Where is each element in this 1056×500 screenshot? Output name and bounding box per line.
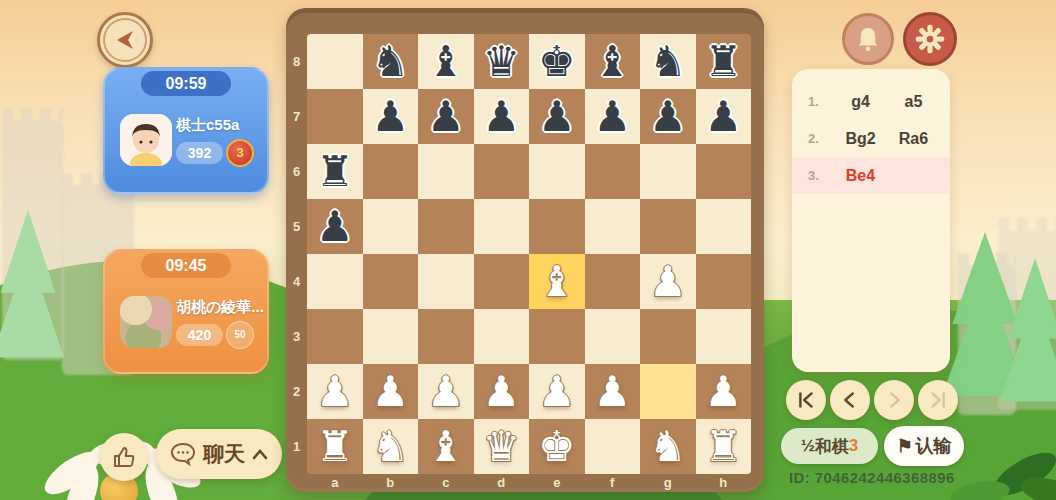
black-move[interactable]: Ra6: [887, 130, 940, 148]
pine-tree-decoration: [0, 210, 64, 390]
opponent-player-card: 09:59 棋士c55a 392 3: [103, 67, 269, 194]
square-h4[interactable]: [696, 254, 752, 309]
square-d5[interactable]: [474, 199, 530, 254]
move-row-1[interactable]: 1.g4a5: [792, 83, 950, 120]
chat-label: 聊天: [203, 440, 245, 468]
piece-black-pawn[interactable]: ♟: [538, 96, 576, 138]
opponent-clock: 09:59: [141, 71, 231, 96]
settings-button[interactable]: [903, 12, 957, 66]
game-id-label: ID:: [789, 469, 810, 486]
square-e2[interactable]: ♟: [529, 364, 585, 419]
rank-label-1: 1: [286, 419, 307, 474]
back-arrow-icon: [112, 27, 138, 53]
square-b4[interactable]: [363, 254, 419, 309]
square-d6[interactable]: [474, 144, 530, 199]
square-f4[interactable]: [585, 254, 641, 309]
square-h6[interactable]: [696, 144, 752, 199]
square-b6[interactable]: [363, 144, 419, 199]
offer-draw-button[interactable]: ½和棋3: [781, 428, 878, 464]
square-e4[interactable]: ♝: [529, 254, 585, 309]
chat-button[interactable]: 聊天: [156, 429, 282, 479]
chat-bubble-icon: [170, 442, 196, 466]
square-c5[interactable]: [418, 199, 474, 254]
draw-half-symbol: ½: [801, 436, 815, 456]
move-number: 2.: [792, 131, 834, 146]
piece-black-king[interactable]: ♚: [538, 41, 576, 83]
square-g3[interactable]: [640, 309, 696, 364]
square-g4[interactable]: ♟: [640, 254, 696, 309]
piece-white-pawn[interactable]: ♟: [593, 371, 631, 413]
square-e6[interactable]: [529, 144, 585, 199]
square-a5[interactable]: ♟: [307, 199, 363, 254]
piece-black-pawn[interactable]: ♟: [704, 96, 742, 138]
opponent-name: 棋士c55a: [176, 116, 239, 135]
game-screen: 09:59 棋士c55a 392 3 09:45 胡桃の綾華... 420 50: [0, 0, 1056, 500]
square-e3[interactable]: [529, 309, 585, 364]
move-row-3[interactable]: 3.Be4: [792, 157, 950, 194]
square-g5[interactable]: [640, 199, 696, 254]
file-label-b: b: [363, 473, 419, 491]
piece-black-knight[interactable]: ♞: [371, 41, 409, 83]
file-label-h: h: [696, 473, 752, 491]
square-a6[interactable]: ♜: [307, 144, 363, 199]
rank-label-2: 2: [286, 364, 307, 419]
self-avatar[interactable]: [120, 296, 172, 348]
square-f7[interactable]: ♟: [585, 89, 641, 144]
piece-black-pawn[interactable]: ♟: [316, 206, 354, 248]
square-b8[interactable]: ♞: [363, 34, 419, 89]
game-id-value: 7046242446368896: [815, 469, 955, 486]
square-f6[interactable]: [585, 144, 641, 199]
self-rating-badge: 420: [176, 324, 223, 346]
self-clock: 09:45: [141, 253, 231, 278]
skip-to-end-button[interactable]: [918, 380, 958, 420]
square-a3[interactable]: [307, 309, 363, 364]
piece-black-pawn[interactable]: ♟: [427, 96, 465, 138]
draw-label: 和棋: [815, 435, 849, 458]
square-h8[interactable]: ♜: [696, 34, 752, 89]
draw-count: 3: [849, 436, 858, 456]
square-d4[interactable]: [474, 254, 530, 309]
piece-white-pawn[interactable]: ♟: [649, 261, 687, 303]
square-a8[interactable]: [307, 34, 363, 89]
square-h3[interactable]: [696, 309, 752, 364]
rank-label-6: 6: [286, 144, 307, 199]
white-move[interactable]: g4: [834, 93, 887, 111]
file-labels: abcdefgh: [307, 473, 751, 491]
move-row-2[interactable]: 2.Bg2Ra6: [792, 120, 950, 157]
gear-icon: [915, 24, 945, 54]
move-number: 1.: [792, 94, 834, 109]
square-d1[interactable]: ♛: [474, 419, 530, 474]
skip-to-end-icon: [923, 387, 953, 413]
piece-white-rook[interactable]: ♜: [704, 426, 742, 468]
piece-black-pawn[interactable]: ♟: [649, 96, 687, 138]
piece-white-knight[interactable]: ♞: [649, 426, 687, 468]
square-a1[interactable]: ♜: [307, 419, 363, 474]
piece-black-rook[interactable]: ♜: [316, 151, 354, 193]
piece-black-bishop[interactable]: ♝: [593, 41, 631, 83]
rank-label-3: 3: [286, 309, 307, 364]
piece-white-bishop[interactable]: ♝: [427, 426, 465, 468]
square-b7[interactable]: ♟: [363, 89, 419, 144]
piece-black-pawn[interactable]: ♟: [593, 96, 631, 138]
board-grid: ♞♝♛♚♝♞♜♟♟♟♟♟♟♟♜♟♝♟♟♟♟♟♟♟♟♜♞♝♛♚♞♜: [307, 34, 751, 474]
self-player-card: 09:45 胡桃の綾華... 420 50: [103, 249, 269, 374]
file-label-d: d: [474, 473, 530, 491]
piece-white-king[interactable]: ♚: [538, 426, 576, 468]
self-rank-medal: 50: [226, 321, 254, 349]
opponent-rank-medal: 3: [226, 139, 254, 167]
piece-black-pawn[interactable]: ♟: [482, 96, 520, 138]
square-h2[interactable]: ♟: [696, 364, 752, 419]
piece-black-pawn[interactable]: ♟: [371, 96, 409, 138]
file-label-a: a: [307, 473, 363, 491]
square-b5[interactable]: [363, 199, 419, 254]
skip-to-start-icon: [791, 387, 821, 413]
square-b2[interactable]: ♟: [363, 364, 419, 419]
chess-board: 87654321 ♞♝♛♚♝♞♜♟♟♟♟♟♟♟♜♟♝♟♟♟♟♟♟♟♟♜♞♝♛♚♞…: [286, 8, 764, 492]
rank-label-8: 8: [286, 34, 307, 89]
step-back-button[interactable]: [830, 380, 870, 420]
square-g7[interactable]: ♟: [640, 89, 696, 144]
bell-icon: [855, 25, 881, 53]
square-c6[interactable]: [418, 144, 474, 199]
white-move[interactable]: Bg2: [834, 130, 887, 148]
piece-black-bishop[interactable]: ♝: [427, 41, 465, 83]
square-e8[interactable]: ♚: [529, 34, 585, 89]
square-g2[interactable]: [640, 364, 696, 419]
opponent-avatar[interactable]: [120, 114, 172, 166]
square-h5[interactable]: [696, 199, 752, 254]
self-name: 胡桃の綾華...: [176, 298, 264, 317]
square-f3[interactable]: [585, 309, 641, 364]
piece-white-rook[interactable]: ♜: [316, 426, 354, 468]
square-f8[interactable]: ♝: [585, 34, 641, 89]
piece-black-rook[interactable]: ♜: [704, 41, 742, 83]
piece-white-pawn[interactable]: ♟: [704, 371, 742, 413]
square-c3[interactable]: [418, 309, 474, 364]
square-a2[interactable]: ♟: [307, 364, 363, 419]
rank-labels: 87654321: [286, 34, 307, 474]
game-id: ID: 7046242446368896: [789, 469, 955, 486]
square-d7[interactable]: ♟: [474, 89, 530, 144]
square-f2[interactable]: ♟: [585, 364, 641, 419]
square-g1[interactable]: ♞: [640, 419, 696, 474]
square-c8[interactable]: ♝: [418, 34, 474, 89]
square-f1[interactable]: [585, 419, 641, 474]
rank-label-5: 5: [286, 199, 307, 254]
resign-flag-icon: ⚑: [896, 435, 912, 457]
piece-white-pawn[interactable]: ♟: [316, 371, 354, 413]
square-d3[interactable]: [474, 309, 530, 364]
file-label-g: g: [640, 473, 696, 491]
square-e1[interactable]: ♚: [529, 419, 585, 474]
piece-white-pawn[interactable]: ♟: [538, 371, 576, 413]
boy-avatar-icon: [120, 114, 172, 166]
white-move[interactable]: Be4: [834, 167, 887, 185]
move-number: 3.: [792, 168, 834, 183]
square-d2[interactable]: ♟: [474, 364, 530, 419]
piece-black-queen[interactable]: ♛: [482, 41, 520, 83]
opponent-rating-badge: 392: [176, 142, 223, 164]
square-g6[interactable]: [640, 144, 696, 199]
step-forward-icon: [879, 387, 909, 413]
notifications-button[interactable]: [842, 13, 894, 65]
square-a7[interactable]: [307, 89, 363, 144]
piece-white-knight[interactable]: ♞: [371, 426, 409, 468]
piece-white-bishop[interactable]: ♝: [538, 261, 576, 303]
square-e7[interactable]: ♟: [529, 89, 585, 144]
move-list-panel: 1.g4a52.Bg2Ra63.Be4: [792, 69, 950, 372]
square-c2[interactable]: ♟: [418, 364, 474, 419]
black-move[interactable]: a5: [887, 93, 940, 111]
step-back-icon: [835, 387, 865, 413]
resign-button[interactable]: ⚑认输: [884, 426, 964, 466]
square-e5[interactable]: [529, 199, 585, 254]
square-c7[interactable]: ♟: [418, 89, 474, 144]
square-a4[interactable]: [307, 254, 363, 309]
back-button[interactable]: [97, 12, 153, 68]
thumbs-up-icon: [111, 444, 137, 470]
square-d8[interactable]: ♛: [474, 34, 530, 89]
square-g8[interactable]: ♞: [640, 34, 696, 89]
piece-white-pawn[interactable]: ♟: [482, 371, 520, 413]
chevron-up-icon: [252, 449, 268, 460]
piece-white-queen[interactable]: ♛: [482, 426, 520, 468]
rank-label-4: 4: [286, 254, 307, 309]
piece-white-pawn[interactable]: ♟: [427, 371, 465, 413]
piece-black-knight[interactable]: ♞: [649, 41, 687, 83]
rank-label-7: 7: [286, 89, 307, 144]
piece-white-pawn[interactable]: ♟: [371, 371, 409, 413]
thumbs-up-button[interactable]: [100, 433, 148, 481]
resign-label: 认输: [916, 434, 952, 458]
square-f5[interactable]: [585, 199, 641, 254]
pine-tree-decoration: [1000, 258, 1056, 433]
file-label-c: c: [418, 473, 474, 491]
square-h7[interactable]: ♟: [696, 89, 752, 144]
file-label-e: e: [529, 473, 585, 491]
skip-to-start-button[interactable]: [786, 380, 826, 420]
file-label-f: f: [585, 473, 641, 491]
square-b3[interactable]: [363, 309, 419, 364]
square-h1[interactable]: ♜: [696, 419, 752, 474]
square-b1[interactable]: ♞: [363, 419, 419, 474]
square-c1[interactable]: ♝: [418, 419, 474, 474]
step-forward-button[interactable]: [874, 380, 914, 420]
square-c4[interactable]: [418, 254, 474, 309]
